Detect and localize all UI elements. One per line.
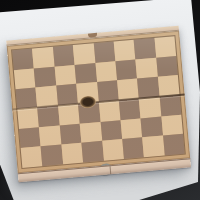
folded-chessboard [6,26,191,181]
board-square [137,77,159,98]
board-square [134,38,156,59]
checkerboard-grid [12,36,185,168]
board-square [120,118,142,139]
board-square [100,120,122,141]
board-square [39,125,61,146]
board-square [19,127,41,148]
board-square [97,81,119,102]
board-square [80,122,102,143]
photo-backdrop [0,0,200,200]
board-square [136,57,158,78]
board-square [73,43,95,64]
board-square [16,88,38,109]
board-square [41,145,63,166]
board-square [12,49,34,70]
board-square [122,138,144,159]
board-outer-frame [7,31,190,174]
board-square [139,97,161,118]
board-square [115,59,137,80]
board-square [142,136,164,157]
board-square [60,123,82,144]
board-square [102,139,124,160]
board-square [159,95,181,116]
board-square [82,141,104,162]
board-square [75,63,97,84]
edge-slit [109,166,111,174]
board-square [53,45,75,66]
board-square [158,75,180,96]
board-square [14,68,36,89]
board-square [154,36,176,57]
board-square [114,40,136,61]
board-square [161,114,183,135]
board-square [38,106,60,127]
hinge-notch [87,33,96,38]
board-square [58,104,80,125]
board-square [119,98,141,119]
board-square [156,56,178,77]
board-square [141,116,163,137]
board-square [163,134,185,155]
board-square [36,86,58,107]
board-square [61,143,83,164]
board-square [32,47,54,68]
board-square [95,61,117,82]
board-square [56,84,78,105]
board-square [54,65,76,86]
board-square [93,41,115,62]
board-square [21,147,43,168]
board-square [17,107,39,128]
board-square [34,66,56,87]
board-square [98,100,120,121]
board-square [117,79,139,100]
